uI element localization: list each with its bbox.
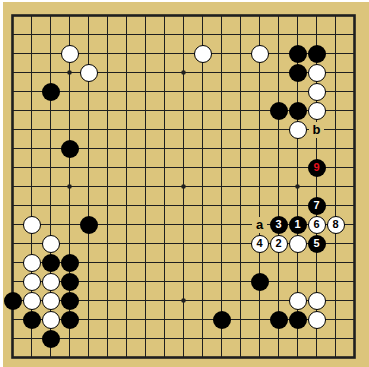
white-stone	[42, 273, 60, 291]
black-stone	[289, 102, 307, 120]
white-stone	[251, 45, 269, 63]
white-stone	[308, 102, 326, 120]
black-stone	[61, 292, 79, 310]
black-stone	[61, 311, 79, 329]
white-stone	[308, 83, 326, 101]
white-stone	[61, 45, 79, 63]
white-stone	[289, 121, 307, 139]
black-stone	[42, 254, 60, 272]
white-stone	[308, 64, 326, 82]
white-stone-move-4: 4	[251, 235, 269, 253]
stones-layer: 973168425ab	[3, 6, 364, 367]
point-label-a: a	[252, 217, 267, 233]
white-stone-move-6: 6	[308, 216, 326, 234]
white-stone	[80, 64, 98, 82]
black-stone-move-7: 7	[308, 197, 326, 215]
white-stone	[289, 235, 307, 253]
black-stone	[61, 273, 79, 291]
go-board: 973168425ab	[3, 2, 369, 367]
black-stone	[42, 83, 60, 101]
black-stone	[4, 292, 22, 310]
black-stone	[61, 254, 79, 272]
white-stone-move-2: 2	[270, 235, 288, 253]
black-stone	[289, 64, 307, 82]
black-stone	[308, 45, 326, 63]
black-stone	[270, 311, 288, 329]
white-stone	[23, 292, 41, 310]
black-stone	[251, 273, 269, 291]
white-stone	[23, 254, 41, 272]
black-stone-move-5: 5	[308, 235, 326, 253]
black-stone	[61, 140, 79, 158]
white-stone	[42, 311, 60, 329]
black-stone	[23, 311, 41, 329]
black-stone	[289, 311, 307, 329]
black-stone-move-3: 3	[270, 216, 288, 234]
black-stone	[213, 311, 231, 329]
black-stone	[270, 102, 288, 120]
black-stone	[289, 45, 307, 63]
white-stone	[308, 311, 326, 329]
black-stone	[80, 216, 98, 234]
go-diagram: 973168425ab	[0, 0, 369, 367]
white-stone	[42, 235, 60, 253]
black-stone-move-1: 1	[289, 216, 307, 234]
point-label-b: b	[309, 122, 324, 138]
white-stone	[289, 292, 307, 310]
white-stone	[194, 45, 212, 63]
black-stone	[42, 330, 60, 348]
white-stone	[23, 273, 41, 291]
black-stone-move-9: 9	[308, 159, 326, 177]
white-stone-move-8: 8	[327, 216, 345, 234]
white-stone	[308, 292, 326, 310]
white-stone	[23, 216, 41, 234]
white-stone	[42, 292, 60, 310]
